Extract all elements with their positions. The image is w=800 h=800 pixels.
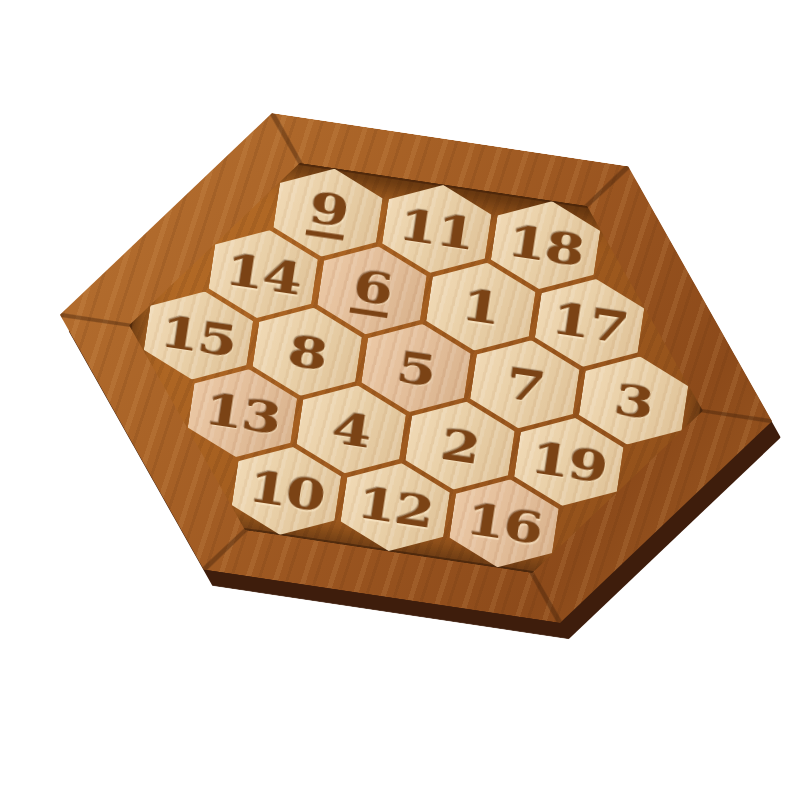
tile-7-number: 7 (503, 361, 546, 408)
tile-18-number: 18 (505, 219, 586, 272)
tile-4-number: 4 (329, 406, 372, 453)
tile-3-number: 3 (612, 377, 655, 424)
tile-2-number: 2 (438, 422, 481, 469)
tile-8-number: 8 (285, 328, 328, 375)
puzzle-board: 91118146117158573134219101216 (26, 86, 800, 649)
tile-17-number: 17 (549, 296, 630, 349)
tile-1-number: 1 (459, 283, 502, 330)
tile-15-number: 15 (158, 309, 239, 362)
tile-6-number: 6 (350, 263, 395, 318)
product-photo-stage: 91118146117158573134219101216 (0, 0, 800, 800)
tile-11-number: 11 (396, 203, 477, 256)
tile-9-number: 9 (306, 185, 351, 240)
tile-12-number: 12 (355, 481, 436, 534)
tile-14-number: 14 (223, 248, 304, 301)
tile-5-number: 5 (394, 344, 437, 391)
tile-16-number: 16 (464, 497, 545, 550)
tile-13-number: 13 (202, 387, 283, 440)
tile-10-number: 10 (246, 464, 327, 517)
tile-19-number: 19 (528, 435, 609, 488)
